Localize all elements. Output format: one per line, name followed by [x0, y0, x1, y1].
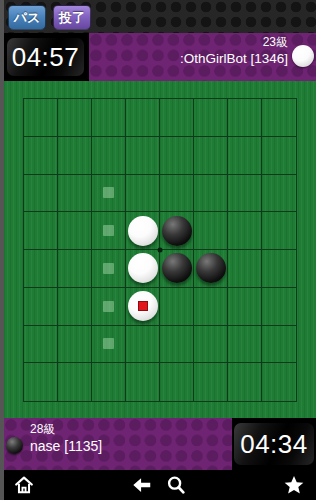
black-disc	[162, 216, 192, 246]
board-cell-d8[interactable]	[126, 363, 160, 401]
board-cell-b5[interactable]	[58, 250, 92, 288]
app-window: パス 投了 04:57 23級 :OthGirlBot [1346] 28級 n…	[4, 0, 316, 500]
last-move-marker	[138, 301, 148, 311]
player-panel: 28級 nase [1135]	[4, 418, 232, 470]
opponent-timer: 04:57	[7, 38, 84, 76]
board-cell-b4[interactable]	[58, 212, 92, 250]
opponent-info-row: 04:57 23級 :OthGirlBot [1346]	[4, 33, 316, 81]
top-button-bar: パス 投了	[4, 0, 316, 33]
board-cell-c4[interactable]	[92, 212, 126, 250]
legal-move-hint	[103, 187, 114, 198]
board-cell-h7[interactable]	[262, 326, 296, 364]
board-cell-d2[interactable]	[126, 137, 160, 175]
board-cell-g1[interactable]	[228, 99, 262, 137]
board-cell-f8[interactable]	[194, 363, 228, 401]
board-cell-f2[interactable]	[194, 137, 228, 175]
board-cell-e2[interactable]	[160, 137, 194, 175]
board-cell-c5[interactable]	[92, 250, 126, 288]
board-cell-a1[interactable]	[24, 99, 58, 137]
legal-move-hint	[103, 263, 114, 274]
board-cell-g5[interactable]	[228, 250, 262, 288]
othello-board	[4, 81, 316, 418]
board-cell-b1[interactable]	[58, 99, 92, 137]
board-cell-g2[interactable]	[228, 137, 262, 175]
board-cell-h1[interactable]	[262, 99, 296, 137]
black-stone-icon	[6, 437, 23, 454]
board-cell-c7[interactable]	[92, 326, 126, 364]
board-cell-e5[interactable]	[160, 250, 194, 288]
board-cell-e1[interactable]	[160, 99, 194, 137]
legal-move-hint	[103, 338, 114, 349]
board-cell-g8[interactable]	[228, 363, 262, 401]
board-cell-b8[interactable]	[58, 363, 92, 401]
board-cell-d1[interactable]	[126, 99, 160, 137]
player-rank: 28級	[30, 422, 232, 437]
board-cell-a8[interactable]	[24, 363, 58, 401]
board-cell-a5[interactable]	[24, 250, 58, 288]
board-cell-b6[interactable]	[58, 288, 92, 326]
board-cell-h5[interactable]	[262, 250, 296, 288]
opponent-panel: 23級 :OthGirlBot [1346]	[89, 33, 316, 81]
opponent-clock-area: 04:57	[4, 33, 89, 81]
opponent-rank: 23級	[89, 35, 288, 50]
board-cell-f4[interactable]	[194, 212, 228, 250]
white-disc	[128, 216, 158, 246]
board-cell-h3[interactable]	[262, 175, 296, 213]
player-clock-area: 04:34	[232, 418, 316, 470]
board-cell-e3[interactable]	[160, 175, 194, 213]
board-cell-d7[interactable]	[126, 326, 160, 364]
player-info-row: 28級 nase [1135] 04:34	[4, 418, 316, 470]
board-cell-h8[interactable]	[262, 363, 296, 401]
search-icon[interactable]	[165, 474, 187, 496]
board-cell-e4[interactable]	[160, 212, 194, 250]
board-cell-f5[interactable]	[194, 250, 228, 288]
pass-button[interactable]: パス	[8, 5, 46, 30]
board-cell-a2[interactable]	[24, 137, 58, 175]
board-cell-c6[interactable]	[92, 288, 126, 326]
board-cell-c2[interactable]	[92, 137, 126, 175]
board-center-dot	[158, 248, 163, 253]
board-cell-h2[interactable]	[262, 137, 296, 175]
board-cell-g6[interactable]	[228, 288, 262, 326]
back-arrow-icon[interactable]	[131, 474, 153, 496]
white-disc	[128, 291, 158, 321]
board-cell-g4[interactable]	[228, 212, 262, 250]
black-disc	[196, 253, 226, 283]
board-cell-b3[interactable]	[58, 175, 92, 213]
board-cell-b2[interactable]	[58, 137, 92, 175]
board-cell-h4[interactable]	[262, 212, 296, 250]
opponent-name: :OthGirlBot [1346]	[89, 50, 288, 67]
white-disc	[128, 253, 158, 283]
legal-move-hint	[103, 301, 114, 312]
player-timer: 04:34	[234, 423, 314, 465]
board-cell-g3[interactable]	[228, 175, 262, 213]
board-cell-d4[interactable]	[126, 212, 160, 250]
board-cell-c1[interactable]	[92, 99, 126, 137]
board-cell-c8[interactable]	[92, 363, 126, 401]
star-icon[interactable]	[283, 474, 305, 496]
board-cell-h6[interactable]	[262, 288, 296, 326]
player-name: nase [1135]	[30, 437, 232, 455]
legal-move-hint	[103, 225, 114, 236]
board-cell-f1[interactable]	[194, 99, 228, 137]
black-disc	[162, 253, 192, 283]
board-cell-a7[interactable]	[24, 326, 58, 364]
home-icon[interactable]	[13, 474, 35, 496]
white-stone-icon	[292, 45, 314, 67]
board-cell-c3[interactable]	[92, 175, 126, 213]
board-grid	[23, 98, 297, 402]
board-cell-d3[interactable]	[126, 175, 160, 213]
board-cell-e7[interactable]	[160, 326, 194, 364]
board-cell-a6[interactable]	[24, 288, 58, 326]
board-cell-d6[interactable]	[126, 288, 160, 326]
board-cell-d5[interactable]	[126, 250, 160, 288]
board-cell-e8[interactable]	[160, 363, 194, 401]
board-cell-g7[interactable]	[228, 326, 262, 364]
board-cell-f6[interactable]	[194, 288, 228, 326]
board-cell-e6[interactable]	[160, 288, 194, 326]
board-cell-a4[interactable]	[24, 212, 58, 250]
board-cell-f7[interactable]	[194, 326, 228, 364]
board-cell-f3[interactable]	[194, 175, 228, 213]
bottom-nav-bar	[4, 470, 316, 500]
board-cell-a3[interactable]	[24, 175, 58, 213]
board-cell-b7[interactable]	[58, 326, 92, 364]
resign-button[interactable]: 投了	[53, 5, 91, 30]
